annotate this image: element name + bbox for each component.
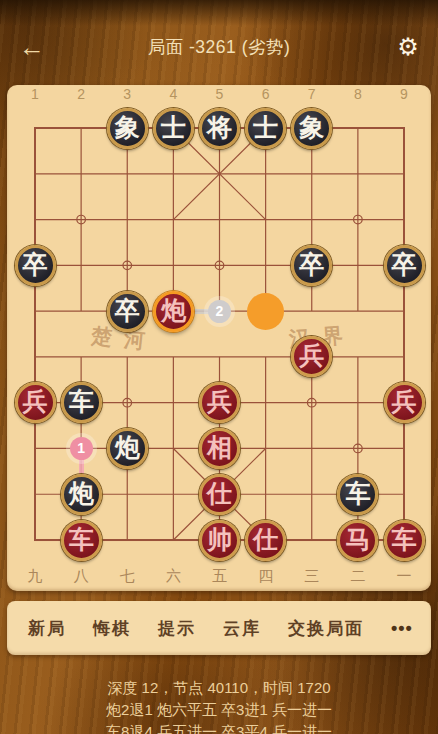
- file-label-top-8: 8: [335, 86, 381, 102]
- file-label-bottom-3: 七: [104, 567, 150, 586]
- engine-pv-line-2: 车8退4 兵五进一 卒3平4 兵一进一: [0, 721, 438, 734]
- gear-icon: ⚙: [397, 33, 419, 61]
- piece-black-rook[interactable]: 车: [337, 474, 378, 515]
- file-label-bottom-9: 一: [381, 567, 427, 586]
- piece-black-elephant[interactable]: 象: [291, 108, 332, 149]
- piece-black-pawn[interactable]: 卒: [15, 245, 56, 286]
- file-label-bottom-4: 六: [150, 567, 196, 586]
- settings-button[interactable]: ⚙: [386, 24, 430, 70]
- last-move-origin-marker: [247, 293, 284, 330]
- piece-black-pawn[interactable]: 卒: [384, 245, 425, 286]
- piece-red-pawn[interactable]: 兵: [15, 382, 56, 423]
- status-bar-fade: [0, 0, 438, 26]
- file-label-bottom-8: 二: [335, 567, 381, 586]
- piece-red-pawn[interactable]: 兵: [384, 382, 425, 423]
- piece-red-cannon[interactable]: 炮: [153, 291, 194, 332]
- app-screen: ← 局面 -3261 (劣势) ⚙ 123456789九八七六五四三二一楚河汉界…: [0, 0, 438, 734]
- piece-black-cannon[interactable]: 炮: [61, 474, 102, 515]
- header: ← 局面 -3261 (劣势) ⚙: [0, 24, 438, 70]
- file-label-top-1: 1: [12, 86, 58, 102]
- xiangqi-board[interactable]: 123456789九八七六五四三二一楚河汉界象士将士象卒卒卒卒炮兵兵车兵兵炮相炮…: [7, 85, 431, 591]
- piece-red-pawn[interactable]: 兵: [199, 382, 240, 423]
- page-title: 局面 -3261 (劣势): [0, 35, 438, 59]
- file-label-top-6: 6: [243, 86, 289, 102]
- board-grid: [7, 85, 431, 591]
- file-label-top-5: 5: [197, 86, 243, 102]
- piece-red-elephant[interactable]: 相: [199, 428, 240, 469]
- piece-black-advisor[interactable]: 士: [245, 108, 286, 149]
- file-label-top-7: 7: [289, 86, 335, 102]
- new-game-button[interactable]: 新局: [28, 617, 66, 640]
- engine-info: 深度 12，节点 40110，时间 1720 炮2退1 炮六平五 卒3进1 兵一…: [0, 677, 438, 734]
- piece-red-advisor[interactable]: 仕: [199, 474, 240, 515]
- piece-red-king[interactable]: 帅: [199, 520, 240, 561]
- bottom-toolbar: 新局 悔棋 提示 云库 交换局面 •••: [7, 601, 431, 655]
- hint-2-marker: 2: [208, 300, 231, 323]
- file-label-bottom-6: 四: [243, 567, 289, 586]
- piece-black-elephant[interactable]: 象: [107, 108, 148, 149]
- file-label-top-3: 3: [104, 86, 150, 102]
- hint-1-marker: 1: [70, 437, 93, 460]
- engine-pv-line-1: 炮2退1 炮六平五 卒3进1 兵一进一: [0, 699, 438, 721]
- piece-red-horse[interactable]: 马: [337, 520, 378, 561]
- back-arrow-icon: ←: [19, 34, 45, 60]
- piece-black-cannon[interactable]: 炮: [107, 428, 148, 469]
- piece-black-rook[interactable]: 车: [61, 382, 102, 423]
- piece-black-king[interactable]: 将: [199, 108, 240, 149]
- piece-black-pawn[interactable]: 卒: [107, 291, 148, 332]
- back-button[interactable]: ←: [12, 24, 52, 70]
- file-label-top-4: 4: [150, 86, 196, 102]
- cloud-library-button[interactable]: 云库: [223, 617, 261, 640]
- file-label-top-2: 2: [58, 86, 104, 102]
- piece-red-advisor[interactable]: 仕: [245, 520, 286, 561]
- file-label-top-9: 9: [381, 86, 427, 102]
- hint-button[interactable]: 提示: [158, 617, 196, 640]
- engine-stats-line: 深度 12，节点 40110，时间 1720: [0, 677, 438, 699]
- piece-red-rook[interactable]: 车: [61, 520, 102, 561]
- piece-black-advisor[interactable]: 士: [153, 108, 194, 149]
- file-label-bottom-1: 九: [12, 567, 58, 586]
- piece-black-pawn[interactable]: 卒: [291, 245, 332, 286]
- piece-red-rook[interactable]: 车: [384, 520, 425, 561]
- more-options-button[interactable]: •••: [391, 618, 413, 639]
- file-label-bottom-2: 八: [58, 567, 104, 586]
- undo-move-button[interactable]: 悔棋: [93, 617, 131, 640]
- file-label-bottom-5: 五: [197, 567, 243, 586]
- swap-position-button[interactable]: 交换局面: [288, 617, 364, 640]
- file-label-bottom-7: 三: [289, 567, 335, 586]
